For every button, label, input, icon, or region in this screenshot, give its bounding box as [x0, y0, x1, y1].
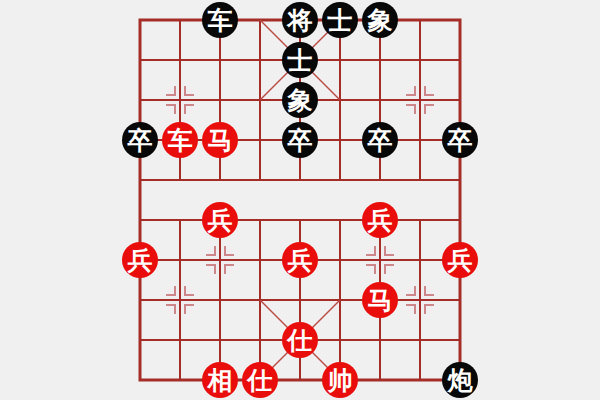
piece-black-soldier[interactable]: 卒 — [280, 120, 320, 160]
piece-black-elephant[interactable]: 象 — [360, 0, 400, 40]
red-soldier-glyph: 兵 — [202, 202, 238, 238]
piece-red-soldier[interactable]: 兵 — [360, 200, 400, 240]
piece-red-elephant[interactable]: 相 — [200, 360, 240, 400]
piece-red-chariot[interactable]: 车 — [160, 120, 200, 160]
red-soldier-glyph: 兵 — [442, 242, 478, 278]
black-soldier-glyph: 卒 — [282, 122, 318, 158]
piece-black-advisor[interactable]: 士 — [320, 0, 360, 40]
piece-black-cannon[interactable]: 炮 — [440, 360, 480, 400]
black-advisor-glyph: 士 — [322, 2, 358, 38]
piece-red-advisor[interactable]: 仕 — [280, 320, 320, 360]
red-horse-glyph: 马 — [202, 122, 238, 158]
black-soldier-glyph: 卒 — [122, 122, 158, 158]
piece-red-horse[interactable]: 马 — [200, 120, 240, 160]
piece-black-soldier[interactable]: 卒 — [440, 120, 480, 160]
red-elephant-glyph: 相 — [202, 362, 238, 398]
piece-black-advisor[interactable]: 士 — [280, 40, 320, 80]
red-advisor-glyph: 仕 — [282, 322, 318, 358]
piece-black-soldier[interactable]: 卒 — [360, 120, 400, 160]
red-horse-glyph: 马 — [362, 282, 398, 318]
black-elephant-glyph: 象 — [282, 82, 318, 118]
piece-red-general[interactable]: 帅 — [320, 360, 360, 400]
xiangqi-board: 车将士象士象卒车马卒卒卒兵兵兵兵兵马仕相仕帅炮 — [120, 0, 480, 400]
black-general-glyph: 将 — [282, 2, 318, 38]
piece-red-soldier[interactable]: 兵 — [440, 240, 480, 280]
red-advisor-glyph: 仕 — [242, 362, 278, 398]
red-chariot-glyph: 车 — [162, 122, 198, 158]
black-advisor-glyph: 士 — [282, 42, 318, 78]
black-chariot-glyph: 车 — [202, 2, 238, 38]
piece-red-soldier[interactable]: 兵 — [280, 240, 320, 280]
black-soldier-glyph: 卒 — [362, 122, 398, 158]
piece-black-general[interactable]: 将 — [280, 0, 320, 40]
piece-red-soldier[interactable]: 兵 — [200, 200, 240, 240]
piece-red-horse[interactable]: 马 — [360, 280, 400, 320]
red-soldier-glyph: 兵 — [282, 242, 318, 278]
piece-black-chariot[interactable]: 车 — [200, 0, 240, 40]
red-general-glyph: 帅 — [322, 362, 358, 398]
black-soldier-glyph: 卒 — [442, 122, 478, 158]
red-soldier-glyph: 兵 — [362, 202, 398, 238]
red-soldier-glyph: 兵 — [122, 242, 158, 278]
black-elephant-glyph: 象 — [362, 2, 398, 38]
xiangqi-app: 车将士象士象卒车马卒卒卒兵兵兵兵兵马仕相仕帅炮 — [0, 0, 600, 400]
piece-red-advisor[interactable]: 仕 — [240, 360, 280, 400]
piece-red-soldier[interactable]: 兵 — [120, 240, 160, 280]
black-cannon-glyph: 炮 — [442, 362, 478, 398]
piece-black-elephant[interactable]: 象 — [280, 80, 320, 120]
piece-black-soldier[interactable]: 卒 — [120, 120, 160, 160]
